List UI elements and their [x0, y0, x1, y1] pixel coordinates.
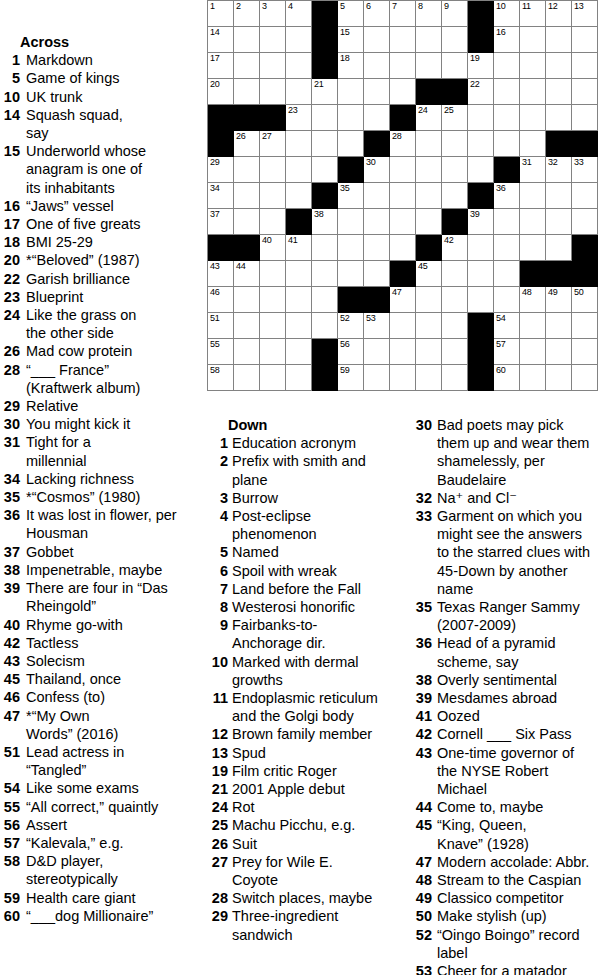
clue-across-5: 5Game of kings: [0, 69, 206, 87]
grid-cell[interactable]: [286, 53, 312, 79]
grid-cell[interactable]: [494, 105, 520, 131]
clue-number: 20: [0, 251, 20, 269]
grid-cell[interactable]: [494, 79, 520, 105]
grid-cell[interactable]: [546, 209, 572, 235]
grid-cell[interactable]: 44: [234, 261, 260, 287]
grid-cell[interactable]: [338, 209, 364, 235]
grid-cell[interactable]: 33: [572, 157, 598, 183]
grid-cell[interactable]: [390, 183, 416, 209]
grid-cell[interactable]: [260, 157, 286, 183]
clue-number: 21: [210, 780, 228, 798]
grid-cell[interactable]: 10: [494, 1, 520, 27]
grid-cell[interactable]: [572, 79, 598, 105]
grid-cell[interactable]: [442, 157, 468, 183]
grid-cell[interactable]: [390, 339, 416, 365]
grid-cell[interactable]: [442, 287, 468, 313]
grid-cell[interactable]: 1: [208, 1, 234, 27]
grid-cell[interactable]: [416, 365, 442, 391]
grid-cell[interactable]: [416, 339, 442, 365]
black-cell: [494, 157, 520, 183]
grid-cell[interactable]: [390, 365, 416, 391]
grid-cell[interactable]: [390, 79, 416, 105]
cell-number: 51: [210, 314, 219, 323]
clue-number: 48: [415, 871, 432, 889]
grid-cell[interactable]: [364, 209, 390, 235]
grid-cell[interactable]: 22: [468, 79, 494, 105]
clue-number: 1: [0, 51, 20, 69]
grid-cell[interactable]: [364, 235, 390, 261]
grid-cell[interactable]: 43: [208, 261, 234, 287]
clue-text: D&D player, stereotypically: [26, 852, 206, 888]
grid-cell[interactable]: 56: [338, 339, 364, 365]
black-cell: [286, 209, 312, 235]
grid-cell[interactable]: [572, 53, 598, 79]
clue-text: Markdown: [26, 51, 206, 69]
clue-number: 54: [0, 779, 20, 797]
grid-cell[interactable]: [260, 339, 286, 365]
grid-cell[interactable]: [364, 183, 390, 209]
black-cell: [572, 131, 598, 157]
clue-number: 39: [0, 579, 20, 597]
clue-number: 22: [0, 270, 20, 288]
clue-number: 36: [415, 634, 432, 652]
grid-cell[interactable]: 31: [520, 157, 546, 183]
black-cell: [468, 183, 494, 209]
grid-cell[interactable]: 26: [234, 131, 260, 157]
cell-number: 49: [548, 288, 557, 297]
clue-number: 5: [210, 543, 228, 561]
grid-cell[interactable]: [520, 131, 546, 157]
clue-text: Overly sentimental: [437, 671, 600, 689]
grid-cell[interactable]: [416, 131, 442, 157]
grid-cell[interactable]: [234, 339, 260, 365]
grid-cell[interactable]: 46: [208, 287, 234, 313]
cell-number: 24: [418, 106, 427, 115]
grid-cell[interactable]: 19: [468, 53, 494, 79]
grid-cell[interactable]: [286, 313, 312, 339]
clue-down-35: 35Texas Ranger Sammy (2007-2009): [415, 598, 600, 634]
grid-cell[interactable]: [442, 339, 468, 365]
grid-cell[interactable]: 16: [494, 27, 520, 53]
grid-cell[interactable]: [234, 287, 260, 313]
grid-cell[interactable]: [286, 27, 312, 53]
clue-text: Endoplasmic reticulum and the Golgi body: [232, 689, 394, 725]
grid-cell[interactable]: 28: [390, 131, 416, 157]
clue-across-51: 51Lead actress in “Tangled”: [0, 743, 206, 779]
grid-cell[interactable]: [546, 313, 572, 339]
grid-cell[interactable]: 14: [208, 27, 234, 53]
clue-number: 55: [0, 798, 20, 816]
cell-number: 50: [574, 288, 583, 297]
grid-cell[interactable]: 59: [338, 365, 364, 391]
grid-cell[interactable]: [312, 157, 338, 183]
grid-cell[interactable]: [546, 339, 572, 365]
clue-text: Impenetrable, maybe: [26, 561, 206, 579]
grid-cell[interactable]: [520, 365, 546, 391]
grid-cell[interactable]: [260, 27, 286, 53]
clue-text: BMI 25-29: [26, 233, 206, 251]
cell-number: 34: [210, 184, 219, 193]
grid-cell[interactable]: [260, 313, 286, 339]
cell-number: 56: [340, 340, 349, 349]
grid-cell[interactable]: [234, 209, 260, 235]
grid-cell[interactable]: [494, 261, 520, 287]
grid-cell[interactable]: [416, 27, 442, 53]
clue-down-25: 25Machu Picchu, e.g.: [210, 816, 394, 834]
grid-cell[interactable]: 55: [208, 339, 234, 365]
clue-down-9: 9Fairbanks-to- Anchorage dir.: [210, 616, 394, 652]
grid-cell[interactable]: [442, 131, 468, 157]
grid-cell[interactable]: [312, 131, 338, 157]
clue-text: *“Beloved” (1987): [26, 251, 206, 269]
grid-cell[interactable]: [468, 131, 494, 157]
grid-cell[interactable]: 8: [416, 1, 442, 27]
grid-cell[interactable]: [364, 79, 390, 105]
grid-cell[interactable]: [234, 157, 260, 183]
black-cell: [468, 313, 494, 339]
clue-number: 8: [210, 598, 228, 616]
clue-across-39: 39There are four in “Das Rheingold”: [0, 579, 206, 615]
grid-cell[interactable]: 52: [338, 313, 364, 339]
cell-number: 42: [444, 236, 453, 245]
clue-text: There are four in “Das Rheingold”: [26, 579, 206, 615]
clue-text: Education acronym: [232, 434, 394, 452]
grid-cell[interactable]: 23: [286, 105, 312, 131]
clue-number: 6: [210, 562, 228, 580]
clue-text: Blueprint: [26, 288, 206, 306]
black-cell: [234, 105, 260, 131]
grid-cell[interactable]: 35: [338, 183, 364, 209]
grid-cell[interactable]: [286, 157, 312, 183]
grid-cell[interactable]: [494, 131, 520, 157]
grid-cell[interactable]: [312, 105, 338, 131]
clue-text: Suit: [232, 835, 394, 853]
grid-cell[interactable]: [260, 287, 286, 313]
clue-text: 2001 Apple debut: [232, 780, 394, 798]
grid-cell[interactable]: [364, 53, 390, 79]
grid-cell[interactable]: [338, 131, 364, 157]
grid-cell[interactable]: [260, 183, 286, 209]
grid-cell[interactable]: [312, 261, 338, 287]
grid-cell[interactable]: [494, 287, 520, 313]
grid-cell[interactable]: [234, 27, 260, 53]
black-cell: [208, 131, 234, 157]
grid-cell[interactable]: [390, 157, 416, 183]
clue-number: 47: [415, 853, 432, 871]
grid-cell[interactable]: 25: [442, 105, 468, 131]
clue-across-23: 23Blueprint: [0, 288, 206, 306]
grid-cell[interactable]: 29: [208, 157, 234, 183]
clue-down-11: 11Endoplasmic reticulum and the Golgi bo…: [210, 689, 394, 725]
grid-cell[interactable]: [390, 235, 416, 261]
grid-cell[interactable]: 12: [546, 1, 572, 27]
grid-cell[interactable]: [546, 79, 572, 105]
cell-number: 40: [262, 236, 271, 245]
grid-cell[interactable]: 50: [572, 287, 598, 313]
clue-text: UK trunk: [26, 88, 206, 106]
clue-text: Confess (to): [26, 688, 206, 706]
cell-number: 23: [288, 106, 297, 115]
clue-down-53: 53Cheer for a matador: [415, 962, 600, 975]
clue-number: 26: [210, 835, 228, 853]
grid-cell[interactable]: 30: [364, 157, 390, 183]
grid-cell[interactable]: [494, 235, 520, 261]
grid-cell[interactable]: 15: [338, 27, 364, 53]
grid-cell[interactable]: [442, 365, 468, 391]
cell-number: 8: [418, 2, 423, 11]
grid-cell[interactable]: [572, 209, 598, 235]
clue-text: Relative: [26, 397, 206, 415]
grid-cell[interactable]: 20: [208, 79, 234, 105]
grid-cell[interactable]: [468, 261, 494, 287]
grid-cell[interactable]: [520, 27, 546, 53]
grid-cell[interactable]: [260, 53, 286, 79]
clue-number: 14: [0, 106, 20, 124]
grid-cell[interactable]: [286, 365, 312, 391]
grid-cell[interactable]: [546, 235, 572, 261]
grid-cell[interactable]: [572, 27, 598, 53]
grid-cell[interactable]: [286, 287, 312, 313]
grid-cell[interactable]: [442, 27, 468, 53]
grid-cell[interactable]: 4: [286, 1, 312, 27]
clue-across-15: 15Underworld whose anagram is one of its…: [0, 142, 206, 197]
clue-number: 12: [210, 725, 228, 743]
clue-down-50: 50Make stylish (up): [415, 907, 600, 925]
grid-cell[interactable]: [260, 261, 286, 287]
cell-number: 10: [496, 2, 505, 11]
clue-text: Spud: [232, 744, 394, 762]
grid-cell[interactable]: [520, 79, 546, 105]
grid-cell[interactable]: [468, 235, 494, 261]
grid-cell[interactable]: 24: [416, 105, 442, 131]
clue-number: 36: [0, 506, 20, 524]
clue-text: “Kalevala,” e.g.: [26, 834, 206, 852]
clue-down-21: 212001 Apple debut: [210, 780, 394, 798]
clue-number: 59: [0, 889, 20, 907]
cell-number: 53: [366, 314, 375, 323]
grid-cell[interactable]: [416, 53, 442, 79]
grid-cell[interactable]: [520, 235, 546, 261]
grid-cell[interactable]: [442, 183, 468, 209]
cell-number: 15: [340, 28, 349, 37]
grid-cell[interactable]: 13: [572, 1, 598, 27]
clue-number: 52: [415, 926, 432, 944]
grid-cell[interactable]: [338, 235, 364, 261]
grid-cell[interactable]: [416, 183, 442, 209]
grid-cell[interactable]: 34: [208, 183, 234, 209]
grid-cell[interactable]: [234, 365, 260, 391]
grid-cell[interactable]: 21: [312, 79, 338, 105]
grid-cell[interactable]: [442, 53, 468, 79]
grid-cell[interactable]: 11: [520, 1, 546, 27]
clue-across-26: 26Mad cow protein: [0, 342, 206, 360]
grid-cell[interactable]: [364, 365, 390, 391]
grid-cell[interactable]: [442, 261, 468, 287]
grid-cell[interactable]: [572, 339, 598, 365]
grid-cell[interactable]: 32: [546, 157, 572, 183]
grid-cell[interactable]: 57: [494, 339, 520, 365]
grid-cell[interactable]: [312, 313, 338, 339]
grid-cell[interactable]: [546, 183, 572, 209]
grid-cell[interactable]: [338, 261, 364, 287]
grid-cell[interactable]: [468, 105, 494, 131]
grid-cell[interactable]: 53: [364, 313, 390, 339]
grid-cell[interactable]: [364, 105, 390, 131]
clue-number: 11: [210, 689, 228, 707]
grid-cell[interactable]: 47: [390, 287, 416, 313]
clue-text: Tight for a millennial: [26, 433, 206, 469]
grid-cell[interactable]: 58: [208, 365, 234, 391]
grid-cell[interactable]: [520, 183, 546, 209]
grid-cell[interactable]: [416, 157, 442, 183]
black-cell: [468, 339, 494, 365]
grid-cell[interactable]: 42: [442, 235, 468, 261]
grid-cell[interactable]: [286, 339, 312, 365]
grid-cell[interactable]: 54: [494, 313, 520, 339]
grid-cell[interactable]: 18: [338, 53, 364, 79]
grid-cell[interactable]: [520, 209, 546, 235]
grid-cell[interactable]: 6: [364, 1, 390, 27]
grid-cell[interactable]: 49: [546, 287, 572, 313]
grid-cell[interactable]: 51: [208, 313, 234, 339]
grid-cell[interactable]: [520, 105, 546, 131]
clue-across-24: 24Like the grass on the other side: [0, 306, 206, 342]
clue-down-24: 24Rot: [210, 798, 394, 816]
cell-number: 5: [340, 2, 345, 11]
grid-cell[interactable]: 40: [260, 235, 286, 261]
black-cell: [312, 183, 338, 209]
grid-cell[interactable]: [286, 131, 312, 157]
grid-cell[interactable]: [520, 53, 546, 79]
grid-cell[interactable]: [234, 313, 260, 339]
clue-down-42: 42Cornell ___ Six Pass: [415, 725, 600, 743]
grid-cell[interactable]: [364, 339, 390, 365]
grid-cell[interactable]: [390, 209, 416, 235]
grid-cell[interactable]: 9: [442, 1, 468, 27]
clue-number: 43: [0, 652, 20, 670]
grid-cell[interactable]: [416, 313, 442, 339]
grid-cell[interactable]: [546, 105, 572, 131]
black-cell: [442, 79, 468, 105]
cell-number: 60: [496, 366, 505, 375]
grid-cell[interactable]: [468, 287, 494, 313]
grid-cell[interactable]: 37: [208, 209, 234, 235]
grid-cell[interactable]: [234, 53, 260, 79]
grid-cell[interactable]: 48: [520, 287, 546, 313]
cell-number: 17: [210, 54, 219, 63]
cell-number: 4: [288, 2, 293, 11]
grid-cell[interactable]: [286, 79, 312, 105]
grid-cell[interactable]: [520, 313, 546, 339]
grid-cell[interactable]: [364, 27, 390, 53]
grid-cell[interactable]: [572, 365, 598, 391]
black-cell: [390, 105, 416, 131]
clue-number: 10: [0, 88, 20, 106]
clue-text: Machu Picchu, e.g.: [232, 816, 394, 834]
grid-cell[interactable]: 3: [260, 1, 286, 27]
grid-cell[interactable]: 7: [390, 1, 416, 27]
grid-cell[interactable]: 2: [234, 1, 260, 27]
grid-cell[interactable]: [338, 79, 364, 105]
grid-cell[interactable]: 27: [260, 131, 286, 157]
grid-cell[interactable]: 17: [208, 53, 234, 79]
clue-text: Lead actress in “Tangled”: [26, 743, 206, 779]
clue-number: 4: [210, 507, 228, 525]
grid-cell[interactable]: [468, 157, 494, 183]
grid-cell[interactable]: [572, 105, 598, 131]
grid-cell[interactable]: [520, 339, 546, 365]
cell-number: 33: [574, 158, 583, 167]
grid-cell[interactable]: 41: [286, 235, 312, 261]
cell-number: 12: [548, 2, 557, 11]
clue-text: Burrow: [232, 489, 394, 507]
grid-cell[interactable]: [390, 53, 416, 79]
grid-cell[interactable]: [546, 365, 572, 391]
grid-cell[interactable]: [312, 287, 338, 313]
grid-cell[interactable]: [286, 261, 312, 287]
grid-cell[interactable]: [416, 209, 442, 235]
clue-number: 7: [210, 580, 228, 598]
clue-text: *“My Own Words” (2016): [26, 707, 206, 743]
grid-cell[interactable]: [260, 79, 286, 105]
grid-cell[interactable]: [494, 209, 520, 235]
grid-cell[interactable]: 36: [494, 183, 520, 209]
clue-text: Oozed: [437, 707, 600, 725]
cell-number: 29: [210, 158, 219, 167]
clue-number: 26: [0, 342, 20, 360]
clue-down-39: 39Mesdames abroad: [415, 689, 600, 707]
clue-number: 60: [0, 907, 20, 925]
black-cell: [364, 287, 390, 313]
clue-text: Rot: [232, 798, 394, 816]
grid-cell[interactable]: [572, 183, 598, 209]
grid-cell[interactable]: [260, 365, 286, 391]
grid-cell[interactable]: [390, 27, 416, 53]
cell-number: 32: [548, 158, 557, 167]
grid-cell[interactable]: [312, 235, 338, 261]
grid-cell[interactable]: [390, 313, 416, 339]
grid-cell[interactable]: [442, 313, 468, 339]
grid-cell[interactable]: [234, 79, 260, 105]
cell-number: 2: [236, 2, 241, 11]
grid-cell[interactable]: [234, 183, 260, 209]
grid-cell[interactable]: [364, 261, 390, 287]
grid-cell[interactable]: [416, 287, 442, 313]
grid-cell[interactable]: [260, 209, 286, 235]
black-cell: [208, 235, 234, 261]
grid-cell[interactable]: 45: [416, 261, 442, 287]
grid-cell[interactable]: 38: [312, 209, 338, 235]
clue-number: 31: [0, 433, 20, 451]
clue-text: Mesdames abroad: [437, 689, 600, 707]
across-clue-list: 1Markdown5Game of kings10UK trunk14Squas…: [0, 51, 206, 925]
grid-cell[interactable]: [546, 27, 572, 53]
grid-cell[interactable]: [338, 105, 364, 131]
clue-number: 19: [210, 762, 228, 780]
grid-cell[interactable]: [494, 53, 520, 79]
grid-cell[interactable]: [286, 183, 312, 209]
clue-number: 24: [210, 798, 228, 816]
clue-across-43: 43Solecism: [0, 652, 206, 670]
grid-cell[interactable]: [546, 53, 572, 79]
grid-cell[interactable]: [572, 313, 598, 339]
clue-number: 28: [0, 361, 20, 379]
grid-cell[interactable]: 39: [468, 209, 494, 235]
grid-cell[interactable]: 60: [494, 365, 520, 391]
grid-cell[interactable]: 5: [338, 1, 364, 27]
clue-down-38: 38Overly sentimental: [415, 671, 600, 689]
clue-across-34: 34Lacking richness: [0, 470, 206, 488]
